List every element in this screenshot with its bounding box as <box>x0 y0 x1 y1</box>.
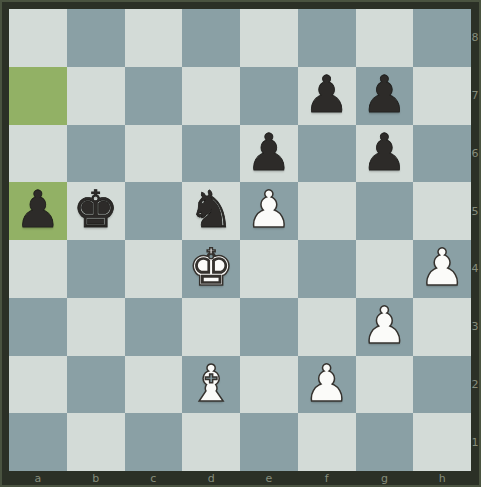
file-coordinates: abcdefgh <box>9 471 471 485</box>
square-e2[interactable] <box>240 356 298 414</box>
square-g7[interactable]: ♟ <box>356 67 414 125</box>
square-e8[interactable] <box>240 9 298 67</box>
piece-black-king[interactable]: ♚ <box>73 182 119 239</box>
piece-white-pawn[interactable]: ♟ <box>304 356 350 413</box>
square-d4[interactable]: ♚ <box>182 240 240 298</box>
piece-white-pawn[interactable]: ♟ <box>246 182 292 239</box>
file-label-f: f <box>298 471 356 485</box>
square-b4[interactable] <box>67 240 125 298</box>
square-d8[interactable] <box>182 9 240 67</box>
square-d6[interactable] <box>182 125 240 183</box>
square-f1[interactable] <box>298 413 356 471</box>
rank-label-7: 7 <box>471 67 479 125</box>
square-b2[interactable] <box>67 356 125 414</box>
square-d1[interactable] <box>182 413 240 471</box>
file-label-h: h <box>413 471 471 485</box>
square-f2[interactable]: ♟ <box>298 356 356 414</box>
square-b6[interactable] <box>67 125 125 183</box>
square-d2[interactable]: ♝ <box>182 356 240 414</box>
piece-black-pawn[interactable]: ♟ <box>15 182 61 239</box>
square-a7[interactable] <box>9 67 67 125</box>
file-label-d: d <box>182 471 240 485</box>
piece-black-pawn[interactable]: ♟ <box>362 67 408 124</box>
square-f8[interactable] <box>298 9 356 67</box>
square-a3[interactable] <box>9 298 67 356</box>
rank-label-5: 5 <box>471 182 479 240</box>
square-b7[interactable] <box>67 67 125 125</box>
square-a1[interactable] <box>9 413 67 471</box>
piece-black-pawn[interactable]: ♟ <box>304 67 350 124</box>
square-h3[interactable] <box>413 298 471 356</box>
piece-black-pawn[interactable]: ♟ <box>246 125 292 182</box>
file-label-e: e <box>240 471 298 485</box>
square-e5[interactable]: ♟ <box>240 182 298 240</box>
piece-black-pawn[interactable]: ♟ <box>362 125 408 182</box>
square-h8[interactable] <box>413 9 471 67</box>
square-g4[interactable] <box>356 240 414 298</box>
square-b5[interactable]: ♚ <box>67 182 125 240</box>
file-label-c: c <box>125 471 183 485</box>
file-label-b: b <box>67 471 125 485</box>
square-h7[interactable] <box>413 67 471 125</box>
piece-white-pawn[interactable]: ♟ <box>419 240 465 297</box>
square-h2[interactable] <box>413 356 471 414</box>
square-a4[interactable] <box>9 240 67 298</box>
square-e4[interactable] <box>240 240 298 298</box>
square-g5[interactable] <box>356 182 414 240</box>
square-g6[interactable]: ♟ <box>356 125 414 183</box>
square-a2[interactable] <box>9 356 67 414</box>
rank-label-3: 3 <box>471 298 479 356</box>
piece-white-king[interactable]: ♚ <box>188 240 234 297</box>
rank-label-4: 4 <box>471 240 479 298</box>
square-f6[interactable] <box>298 125 356 183</box>
square-a8[interactable] <box>9 9 67 67</box>
square-b3[interactable] <box>67 298 125 356</box>
square-d5[interactable]: ♞ <box>182 182 240 240</box>
rank-label-1: 1 <box>471 413 479 471</box>
square-c5[interactable] <box>125 182 183 240</box>
square-g3[interactable]: ♟ <box>356 298 414 356</box>
square-d3[interactable] <box>182 298 240 356</box>
square-g2[interactable] <box>356 356 414 414</box>
square-f5[interactable] <box>298 182 356 240</box>
square-f3[interactable] <box>298 298 356 356</box>
square-c6[interactable] <box>125 125 183 183</box>
square-c4[interactable] <box>125 240 183 298</box>
square-e3[interactable] <box>240 298 298 356</box>
square-c2[interactable] <box>125 356 183 414</box>
piece-white-bishop[interactable]: ♝ <box>188 356 234 413</box>
square-f7[interactable]: ♟ <box>298 67 356 125</box>
file-label-a: a <box>9 471 67 485</box>
rank-label-6: 6 <box>471 125 479 183</box>
square-f4[interactable] <box>298 240 356 298</box>
square-h5[interactable] <box>413 182 471 240</box>
chess-board-frame: ♟♟♟♟♟♚♞♟♚♟♟♝♟ 87654321 abcdefgh <box>0 0 481 487</box>
square-c8[interactable] <box>125 9 183 67</box>
square-c7[interactable] <box>125 67 183 125</box>
square-c1[interactable] <box>125 413 183 471</box>
rank-label-2: 2 <box>471 356 479 414</box>
square-b8[interactable] <box>67 9 125 67</box>
square-e1[interactable] <box>240 413 298 471</box>
rank-label-8: 8 <box>471 9 479 67</box>
square-a6[interactable] <box>9 125 67 183</box>
square-a5[interactable]: ♟ <box>9 182 67 240</box>
chess-board: ♟♟♟♟♟♚♞♟♚♟♟♝♟ <box>9 9 471 471</box>
square-b1[interactable] <box>67 413 125 471</box>
file-label-g: g <box>356 471 414 485</box>
rank-coordinates: 87654321 <box>471 9 479 471</box>
square-g1[interactable] <box>356 413 414 471</box>
square-c3[interactable] <box>125 298 183 356</box>
square-h6[interactable] <box>413 125 471 183</box>
piece-white-pawn[interactable]: ♟ <box>362 298 408 355</box>
piece-black-knight[interactable]: ♞ <box>188 182 234 239</box>
square-e7[interactable] <box>240 67 298 125</box>
square-d7[interactable] <box>182 67 240 125</box>
square-h1[interactable] <box>413 413 471 471</box>
square-e6[interactable]: ♟ <box>240 125 298 183</box>
square-g8[interactable] <box>356 9 414 67</box>
square-h4[interactable]: ♟ <box>413 240 471 298</box>
